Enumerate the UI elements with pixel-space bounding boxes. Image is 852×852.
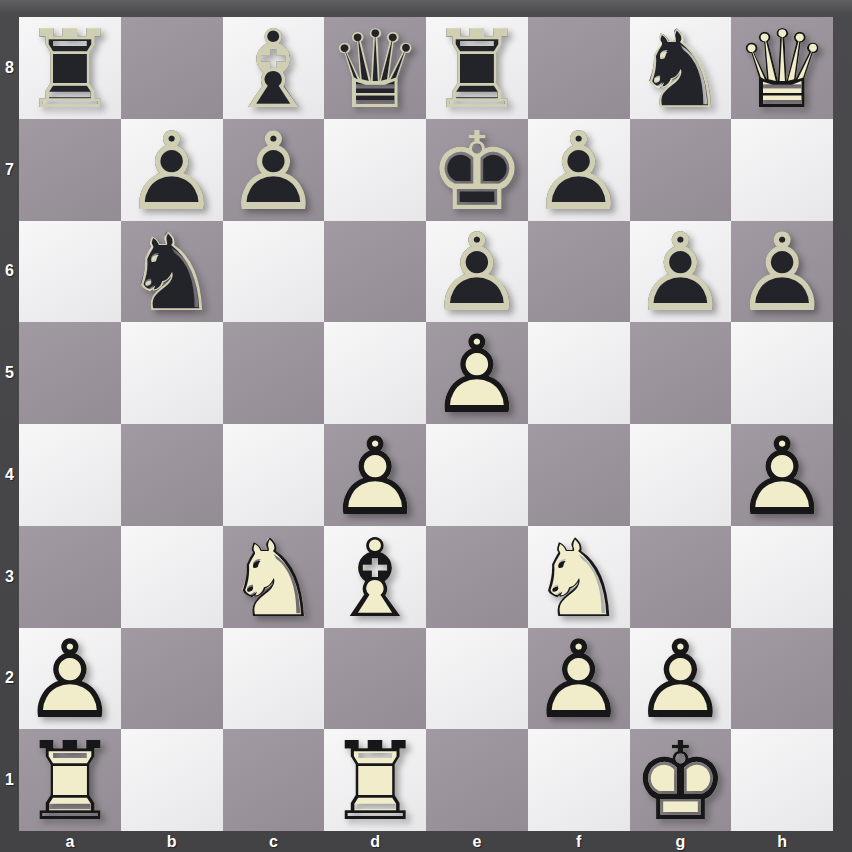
square-g2[interactable]: ♟♙ xyxy=(630,628,732,730)
black-pawn[interactable]: ♟♙ xyxy=(223,119,325,221)
square-e8[interactable]: ♜♖ xyxy=(426,17,528,119)
square-h1[interactable] xyxy=(731,729,833,831)
square-g8[interactable]: ♞♘ xyxy=(630,17,732,119)
white-bishop[interactable]: ♝♗ xyxy=(324,526,426,628)
square-f1[interactable] xyxy=(528,729,630,831)
file-label-d: d xyxy=(324,831,426,852)
black-king[interactable]: ♚♔ xyxy=(426,119,528,221)
square-e6[interactable]: ♟♙ xyxy=(426,221,528,323)
square-f4[interactable] xyxy=(528,424,630,526)
square-d3[interactable]: ♝♗ xyxy=(324,526,426,628)
square-b4[interactable] xyxy=(121,424,223,526)
black-pawn[interactable]: ♟♙ xyxy=(731,221,833,323)
square-a7[interactable] xyxy=(19,119,121,221)
black-rook[interactable]: ♜♖ xyxy=(426,17,528,119)
square-b3[interactable] xyxy=(121,526,223,628)
white-bishop-outline: ♗ xyxy=(324,526,426,628)
white-rook[interactable]: ♜♖ xyxy=(19,729,121,831)
chess-board[interactable]: ♜♖♝♗♛♕♜♖♞♘♛♕♟♙♟♙♚♔♟♙♞♘♟♙♟♙♟♙♟♙♟♙♟♙♞♘♝♗♞♘… xyxy=(19,17,833,831)
white-knight-outline: ♘ xyxy=(528,526,630,628)
square-b2[interactable] xyxy=(121,628,223,730)
square-c4[interactable] xyxy=(223,424,325,526)
rank-label-3: 3 xyxy=(0,526,19,628)
square-d6[interactable] xyxy=(324,221,426,323)
square-e2[interactable] xyxy=(426,628,528,730)
file-label-a: a xyxy=(19,831,121,852)
black-bishop-outline: ♗ xyxy=(223,17,325,119)
rank-label-2: 2 xyxy=(0,628,19,730)
white-pawn[interactable]: ♟♙ xyxy=(528,628,630,730)
square-d4[interactable]: ♟♙ xyxy=(324,424,426,526)
black-pawn-outline: ♙ xyxy=(426,221,528,323)
rank-label-6: 6 xyxy=(0,221,19,323)
square-a1[interactable]: ♜♖ xyxy=(19,729,121,831)
square-e3[interactable] xyxy=(426,526,528,628)
file-label-g: g xyxy=(630,831,732,852)
square-c6[interactable] xyxy=(223,221,325,323)
black-knight-outline: ♘ xyxy=(121,221,223,323)
rank-label-4: 4 xyxy=(0,424,19,526)
square-c3[interactable]: ♞♘ xyxy=(223,526,325,628)
square-h7[interactable] xyxy=(731,119,833,221)
square-e1[interactable] xyxy=(426,729,528,831)
white-pawn[interactable]: ♟♙ xyxy=(426,322,528,424)
square-b8[interactable] xyxy=(121,17,223,119)
square-b6[interactable]: ♞♘ xyxy=(121,221,223,323)
rank-label-8: 8 xyxy=(0,17,19,119)
square-d8[interactable]: ♛♕ xyxy=(324,17,426,119)
white-pawn-outline: ♙ xyxy=(324,424,426,526)
square-d2[interactable] xyxy=(324,628,426,730)
white-pawn-outline: ♙ xyxy=(630,628,732,730)
black-pawn[interactable]: ♟♙ xyxy=(121,119,223,221)
square-h2[interactable] xyxy=(731,628,833,730)
square-a6[interactable] xyxy=(19,221,121,323)
black-pawn[interactable]: ♟♙ xyxy=(528,119,630,221)
white-pawn[interactable]: ♟♙ xyxy=(324,424,426,526)
square-a2[interactable]: ♟♙ xyxy=(19,628,121,730)
black-pawn-outline: ♙ xyxy=(121,119,223,221)
black-knight[interactable]: ♞♘ xyxy=(121,221,223,323)
file-labels: abcdefgh xyxy=(19,831,833,852)
black-pawn-outline: ♙ xyxy=(630,221,732,323)
file-label-e: e xyxy=(426,831,528,852)
black-pawn[interactable]: ♟♙ xyxy=(426,221,528,323)
black-queen[interactable]: ♛♕ xyxy=(324,17,426,119)
white-king[interactable]: ♚♔ xyxy=(630,729,732,831)
square-b1[interactable] xyxy=(121,729,223,831)
square-e7[interactable]: ♚♔ xyxy=(426,119,528,221)
white-knight-outline: ♘ xyxy=(223,526,325,628)
square-d5[interactable] xyxy=(324,322,426,424)
square-h8[interactable]: ♛♕ xyxy=(731,17,833,119)
square-a3[interactable] xyxy=(19,526,121,628)
rank-label-5: 5 xyxy=(0,322,19,424)
black-pawn[interactable]: ♟♙ xyxy=(630,221,732,323)
rank-labels: 87654321 xyxy=(0,17,19,831)
white-knight[interactable]: ♞♘ xyxy=(223,526,325,628)
square-f2[interactable]: ♟♙ xyxy=(528,628,630,730)
black-knight[interactable]: ♞♘ xyxy=(630,17,732,119)
square-d7[interactable] xyxy=(324,119,426,221)
chess-board-frame: 87654321 ♜♖♝♗♛♕♜♖♞♘♛♕♟♙♟♙♚♔♟♙♞♘♟♙♟♙♟♙♟♙♟… xyxy=(0,0,852,852)
white-rook-outline: ♖ xyxy=(19,729,121,831)
square-a8[interactable]: ♜♖ xyxy=(19,17,121,119)
square-h4[interactable]: ♟♙ xyxy=(731,424,833,526)
square-e4[interactable] xyxy=(426,424,528,526)
file-label-f: f xyxy=(528,831,630,852)
white-king-outline: ♔ xyxy=(630,729,732,831)
white-pawn-outline: ♙ xyxy=(528,628,630,730)
square-f8[interactable] xyxy=(528,17,630,119)
black-pawn-outline: ♙ xyxy=(223,119,325,221)
white-pawn-outline: ♙ xyxy=(19,628,121,730)
square-g7[interactable] xyxy=(630,119,732,221)
white-pawn[interactable]: ♟♙ xyxy=(19,628,121,730)
black-rook-outline: ♖ xyxy=(426,17,528,119)
white-pawn-outline: ♙ xyxy=(731,424,833,526)
white-rook-outline: ♖ xyxy=(324,729,426,831)
white-rook[interactable]: ♜♖ xyxy=(324,729,426,831)
square-f7[interactable]: ♟♙ xyxy=(528,119,630,221)
rank-label-1: 1 xyxy=(0,729,19,831)
square-f3[interactable]: ♞♘ xyxy=(528,526,630,628)
square-c1[interactable] xyxy=(223,729,325,831)
black-knight-outline: ♘ xyxy=(630,17,732,119)
square-h5[interactable] xyxy=(731,322,833,424)
black-king-outline: ♔ xyxy=(426,119,528,221)
black-rook[interactable]: ♜♖ xyxy=(19,17,121,119)
square-a5[interactable] xyxy=(19,322,121,424)
square-g6[interactable]: ♟♙ xyxy=(630,221,732,323)
square-c8[interactable]: ♝♗ xyxy=(223,17,325,119)
white-queen[interactable]: ♛♕ xyxy=(731,17,833,119)
square-c7[interactable]: ♟♙ xyxy=(223,119,325,221)
black-queen-outline: ♕ xyxy=(324,17,426,119)
file-label-c: c xyxy=(223,831,325,852)
square-c5[interactable] xyxy=(223,322,325,424)
square-c2[interactable] xyxy=(223,628,325,730)
white-pawn-outline: ♙ xyxy=(426,322,528,424)
square-d1[interactable]: ♜♖ xyxy=(324,729,426,831)
black-rook-outline: ♖ xyxy=(19,17,121,119)
file-label-h: h xyxy=(731,831,833,852)
square-e5[interactable]: ♟♙ xyxy=(426,322,528,424)
rank-label-7: 7 xyxy=(0,119,19,221)
square-f5[interactable] xyxy=(528,322,630,424)
white-queen-outline: ♕ xyxy=(731,17,833,119)
square-a4[interactable] xyxy=(19,424,121,526)
square-h6[interactable]: ♟♙ xyxy=(731,221,833,323)
white-knight[interactable]: ♞♘ xyxy=(528,526,630,628)
black-bishop[interactable]: ♝♗ xyxy=(223,17,325,119)
file-label-b: b xyxy=(121,831,223,852)
square-g3[interactable] xyxy=(630,526,732,628)
black-pawn-outline: ♙ xyxy=(528,119,630,221)
square-f6[interactable] xyxy=(528,221,630,323)
white-pawn[interactable]: ♟♙ xyxy=(630,628,732,730)
white-pawn[interactable]: ♟♙ xyxy=(731,424,833,526)
square-b5[interactable] xyxy=(121,322,223,424)
black-pawn-outline: ♙ xyxy=(731,221,833,323)
square-h3[interactable] xyxy=(731,526,833,628)
square-b7[interactable]: ♟♙ xyxy=(121,119,223,221)
square-g5[interactable] xyxy=(630,322,732,424)
square-g1[interactable]: ♚♔ xyxy=(630,729,732,831)
square-g4[interactable] xyxy=(630,424,732,526)
